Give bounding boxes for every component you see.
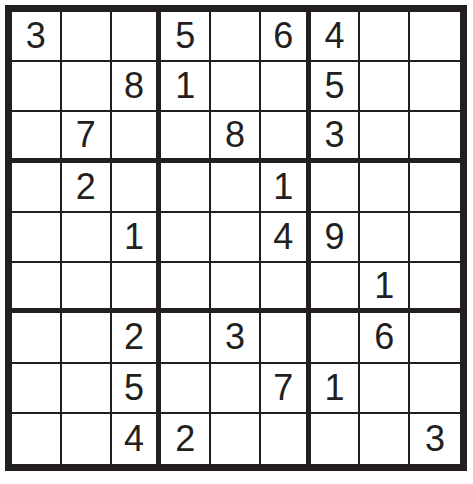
cell-r2c1-empty[interactable] (12, 62, 62, 112)
cell-r6c5-empty[interactable] (211, 263, 261, 313)
cell-r5c5-empty[interactable] (211, 213, 261, 263)
cell-r7c5-given[interactable]: 3 (211, 313, 261, 363)
cell-r8c2-empty[interactable] (62, 364, 112, 414)
cell-r1c7-given[interactable]: 4 (311, 12, 361, 62)
cell-r5c8-empty[interactable] (360, 213, 410, 263)
cell-r3c1-empty[interactable] (12, 112, 62, 162)
cell-r8c4-empty[interactable] (161, 364, 211, 414)
cell-r4c1-empty[interactable] (12, 163, 62, 213)
cell-r2c9-empty[interactable] (410, 62, 460, 112)
cell-r5c2-empty[interactable] (62, 213, 112, 263)
cell-r8c1-empty[interactable] (12, 364, 62, 414)
cell-r9c5-empty[interactable] (211, 414, 261, 464)
cell-r6c9-empty[interactable] (410, 263, 460, 313)
cell-r8c5-empty[interactable] (211, 364, 261, 414)
cell-r7c4-empty[interactable] (161, 313, 211, 363)
cell-r9c1-empty[interactable] (12, 414, 62, 464)
cell-r6c8-given[interactable]: 1 (360, 263, 410, 313)
cell-r2c5-empty[interactable] (211, 62, 261, 112)
cell-r9c7-empty[interactable] (311, 414, 361, 464)
cell-r6c1-empty[interactable] (12, 263, 62, 313)
cell-r3c3-empty[interactable] (112, 112, 162, 162)
cell-r4c5-empty[interactable] (211, 163, 261, 213)
cell-r1c2-empty[interactable] (62, 12, 112, 62)
cell-r7c1-empty[interactable] (12, 313, 62, 363)
cell-r9c2-empty[interactable] (62, 414, 112, 464)
cell-r1c8-empty[interactable] (360, 12, 410, 62)
cell-r7c3-given[interactable]: 2 (112, 313, 162, 363)
cell-r3c4-empty[interactable] (161, 112, 211, 162)
cell-r9c9-given[interactable]: 3 (410, 414, 460, 464)
cell-r4c6-given[interactable]: 1 (261, 163, 311, 213)
cell-r1c4-given[interactable]: 5 (161, 12, 211, 62)
cell-r8c3-given[interactable]: 5 (112, 364, 162, 414)
cell-r4c9-empty[interactable] (410, 163, 460, 213)
cell-r3c9-empty[interactable] (410, 112, 460, 162)
cell-r3c8-empty[interactable] (360, 112, 410, 162)
cell-r7c2-empty[interactable] (62, 313, 112, 363)
cell-r9c3-given[interactable]: 4 (112, 414, 162, 464)
cell-r1c3-empty[interactable] (112, 12, 162, 62)
sudoku-page: 3564815783211491236571423 (0, 0, 473, 484)
cell-r7c7-empty[interactable] (311, 313, 361, 363)
cell-r3c2-given[interactable]: 7 (62, 112, 112, 162)
cell-r5c1-empty[interactable] (12, 213, 62, 263)
cell-r4c8-empty[interactable] (360, 163, 410, 213)
cell-r1c1-given[interactable]: 3 (12, 12, 62, 62)
cell-r2c7-given[interactable]: 5 (311, 62, 361, 112)
cell-r2c6-empty[interactable] (261, 62, 311, 112)
cell-r4c7-empty[interactable] (311, 163, 361, 213)
cell-r3c7-given[interactable]: 3 (311, 112, 361, 162)
cell-r5c9-empty[interactable] (410, 213, 460, 263)
cell-r4c4-empty[interactable] (161, 163, 211, 213)
cell-r6c7-empty[interactable] (311, 263, 361, 313)
cell-r9c4-given[interactable]: 2 (161, 414, 211, 464)
cell-r5c7-given[interactable]: 9 (311, 213, 361, 263)
cell-r1c9-empty[interactable] (410, 12, 460, 62)
cell-r8c9-empty[interactable] (410, 364, 460, 414)
cell-r5c6-given[interactable]: 4 (261, 213, 311, 263)
cell-r1c6-given[interactable]: 6 (261, 12, 311, 62)
cell-r7c6-empty[interactable] (261, 313, 311, 363)
cell-r8c8-empty[interactable] (360, 364, 410, 414)
cell-r6c3-empty[interactable] (112, 263, 162, 313)
sudoku-board: 3564815783211491236571423 (5, 5, 467, 471)
cell-r3c6-empty[interactable] (261, 112, 311, 162)
cell-r1c5-empty[interactable] (211, 12, 261, 62)
cell-r3c5-given[interactable]: 8 (211, 112, 261, 162)
cell-r5c4-empty[interactable] (161, 213, 211, 263)
cell-r5c3-given[interactable]: 1 (112, 213, 162, 263)
cell-r4c2-given[interactable]: 2 (62, 163, 112, 213)
cell-r7c8-given[interactable]: 6 (360, 313, 410, 363)
cell-r8c7-given[interactable]: 1 (311, 364, 361, 414)
cell-r2c8-empty[interactable] (360, 62, 410, 112)
cell-r8c6-given[interactable]: 7 (261, 364, 311, 414)
cell-r4c3-empty[interactable] (112, 163, 162, 213)
cell-r7c9-empty[interactable] (410, 313, 460, 363)
cell-r9c6-empty[interactable] (261, 414, 311, 464)
cell-r2c4-given[interactable]: 1 (161, 62, 211, 112)
cell-r2c2-empty[interactable] (62, 62, 112, 112)
cell-r6c4-empty[interactable] (161, 263, 211, 313)
cell-r9c8-empty[interactable] (360, 414, 410, 464)
cell-r6c2-empty[interactable] (62, 263, 112, 313)
cell-r6c6-empty[interactable] (261, 263, 311, 313)
cell-r2c3-given[interactable]: 8 (112, 62, 162, 112)
